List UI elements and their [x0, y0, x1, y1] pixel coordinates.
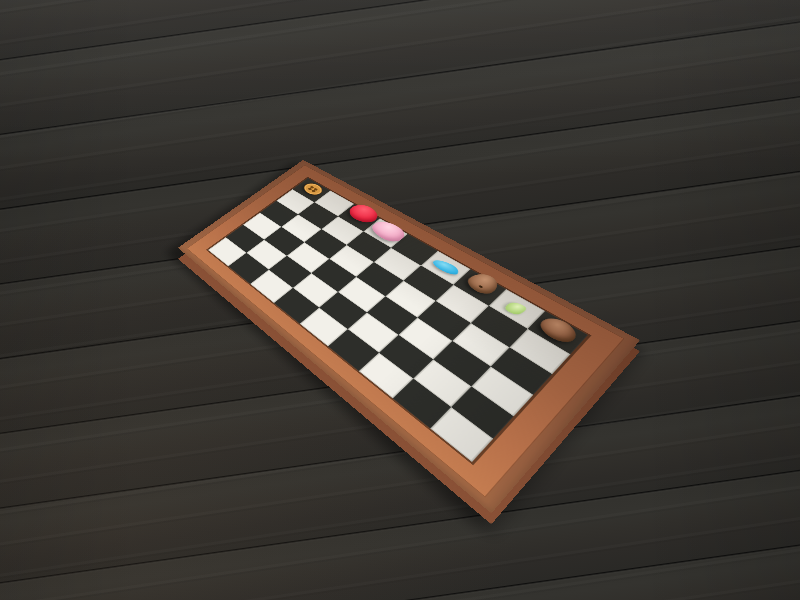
table-surface	[0, 0, 800, 600]
game-board	[208, 178, 588, 462]
